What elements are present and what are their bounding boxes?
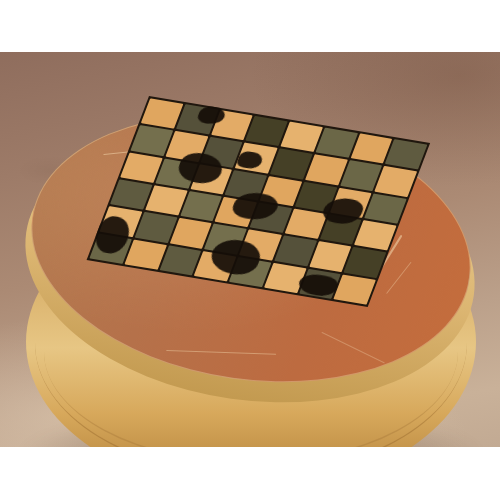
photo-stage (0, 0, 500, 500)
scratch-mark (386, 262, 411, 294)
board-square (354, 220, 396, 251)
letterbox-top (0, 0, 500, 52)
board-square (385, 139, 427, 170)
board-square (334, 274, 376, 305)
scratch-mark (321, 332, 384, 364)
board-square (344, 247, 386, 278)
scratch-mark (166, 350, 276, 355)
stone-table-surface (0, 52, 500, 447)
letterbox-bottom (0, 447, 500, 500)
board-square (375, 166, 417, 197)
board-square (364, 193, 406, 224)
